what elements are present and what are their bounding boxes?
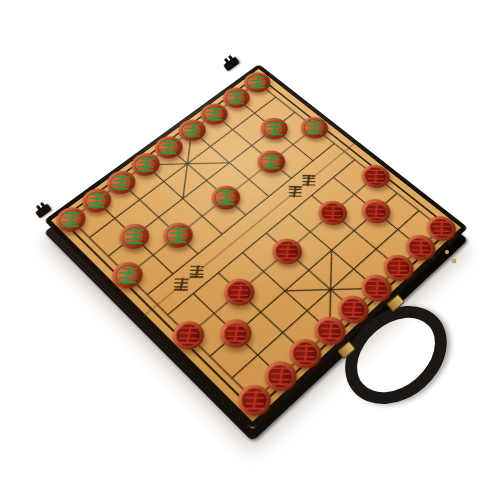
- hanzi-stroke-mark: [174, 279, 188, 291]
- product-photo-scene: [0, 0, 500, 500]
- piece-character: [367, 205, 385, 219]
- piece-character: [367, 170, 384, 184]
- piece-character: [179, 327, 198, 344]
- piece-character: [266, 122, 282, 135]
- piece-character: [112, 176, 130, 190]
- piece-character: [169, 228, 187, 243]
- case-screw: [452, 259, 456, 263]
- piece-character: [160, 141, 177, 154]
- case-latch[interactable]: [223, 56, 240, 71]
- piece-character: [61, 212, 80, 226]
- piece-character: [217, 191, 234, 205]
- piece-character: [279, 244, 296, 259]
- piece-character: [226, 326, 245, 343]
- piece-character: [87, 194, 105, 208]
- piece-character: [271, 368, 290, 386]
- piece-character: [432, 221, 450, 236]
- piece-character: [249, 76, 264, 88]
- piece-character: [118, 267, 137, 283]
- hanzi-stroke-mark: [190, 266, 204, 278]
- piece-character: [296, 345, 315, 362]
- piece-character: [320, 323, 339, 340]
- piece-character: [206, 108, 222, 120]
- piece-character: [183, 124, 200, 137]
- hanzi-stroke-mark: [302, 175, 315, 186]
- piece-character: [411, 240, 429, 255]
- piece-character: [137, 158, 154, 171]
- piece-character: [344, 301, 363, 317]
- piece-character: [324, 206, 341, 220]
- piece-character: [306, 121, 322, 134]
- piece-character: [228, 92, 244, 104]
- case-screw: [445, 250, 449, 254]
- piece-character: [124, 229, 142, 244]
- piece-character: [245, 391, 264, 409]
- piece-character: [230, 284, 248, 300]
- piece-character: [263, 155, 279, 168]
- hanzi-stroke-mark: [289, 186, 302, 197]
- piece-character: [367, 280, 386, 296]
- piece-character: [389, 260, 407, 275]
